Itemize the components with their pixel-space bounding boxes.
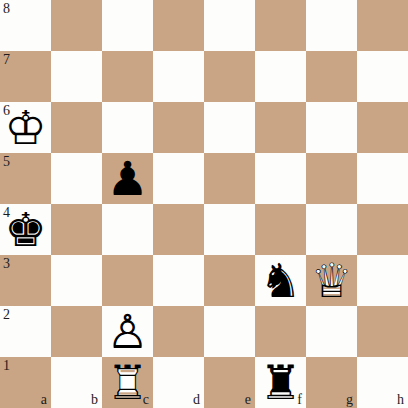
- square-f7[interactable]: [255, 51, 306, 102]
- white-king-icon: ♔: [0, 102, 51, 153]
- piece-black-knight[interactable]: ♞: [255, 255, 306, 306]
- square-d6[interactable]: [153, 102, 204, 153]
- square-h8[interactable]: [357, 0, 408, 51]
- square-e2[interactable]: [204, 306, 255, 357]
- square-e4[interactable]: [204, 204, 255, 255]
- rank-label-7: 7: [3, 53, 10, 67]
- piece-white-king[interactable]: ♚♔: [0, 102, 51, 153]
- square-f2[interactable]: [255, 306, 306, 357]
- black-knight-icon: ♞: [255, 255, 306, 306]
- square-h1[interactable]: h: [357, 357, 408, 408]
- file-label-a: a: [41, 393, 47, 407]
- white-rook-icon: ♖: [102, 357, 153, 408]
- square-f4[interactable]: [255, 204, 306, 255]
- square-d2[interactable]: [153, 306, 204, 357]
- square-a2[interactable]: 2: [0, 306, 51, 357]
- square-g2[interactable]: [306, 306, 357, 357]
- square-g7[interactable]: [306, 51, 357, 102]
- square-g4[interactable]: [306, 204, 357, 255]
- square-c6[interactable]: [102, 102, 153, 153]
- square-f1[interactable]: f♜: [255, 357, 306, 408]
- square-f5[interactable]: [255, 153, 306, 204]
- chess-board: 876♚♔5♟4♚3♞♛♕2♟♙1abc♜♖def♜gh: [0, 0, 408, 408]
- square-h5[interactable]: [357, 153, 408, 204]
- piece-white-pawn[interactable]: ♟♙: [102, 306, 153, 357]
- square-h4[interactable]: [357, 204, 408, 255]
- square-c2[interactable]: ♟♙: [102, 306, 153, 357]
- black-rook-icon: ♜: [255, 357, 306, 408]
- square-e3[interactable]: [204, 255, 255, 306]
- square-a6[interactable]: 6♚♔: [0, 102, 51, 153]
- square-e8[interactable]: [204, 0, 255, 51]
- square-d7[interactable]: [153, 51, 204, 102]
- square-a5[interactable]: 5: [0, 153, 51, 204]
- square-a8[interactable]: 8: [0, 0, 51, 51]
- rank-label-5: 5: [3, 155, 10, 169]
- square-h7[interactable]: [357, 51, 408, 102]
- square-d3[interactable]: [153, 255, 204, 306]
- square-f6[interactable]: [255, 102, 306, 153]
- white-pawn-icon: ♙: [102, 306, 153, 357]
- square-b4[interactable]: [51, 204, 102, 255]
- file-label-d: d: [193, 393, 200, 407]
- square-b6[interactable]: [51, 102, 102, 153]
- file-label-g: g: [346, 393, 353, 407]
- square-f3[interactable]: ♞: [255, 255, 306, 306]
- square-g3[interactable]: ♛♕: [306, 255, 357, 306]
- square-a4[interactable]: 4♚: [0, 204, 51, 255]
- square-c3[interactable]: [102, 255, 153, 306]
- rank-label-2: 2: [3, 308, 10, 322]
- file-label-e: e: [245, 393, 251, 407]
- square-g8[interactable]: [306, 0, 357, 51]
- square-b3[interactable]: [51, 255, 102, 306]
- square-g1[interactable]: g: [306, 357, 357, 408]
- file-label-b: b: [91, 393, 98, 407]
- square-h3[interactable]: [357, 255, 408, 306]
- square-a7[interactable]: 7: [0, 51, 51, 102]
- file-label-h: h: [397, 393, 404, 407]
- piece-black-pawn[interactable]: ♟: [102, 153, 153, 204]
- piece-white-rook[interactable]: ♜♖: [102, 357, 153, 408]
- rank-label-1: 1: [3, 359, 10, 373]
- square-e5[interactable]: [204, 153, 255, 204]
- square-h6[interactable]: [357, 102, 408, 153]
- square-d5[interactable]: [153, 153, 204, 204]
- square-e6[interactable]: [204, 102, 255, 153]
- black-pawn-icon: ♟: [102, 153, 153, 204]
- square-b8[interactable]: [51, 0, 102, 51]
- rank-label-8: 8: [3, 2, 10, 16]
- square-b1[interactable]: b: [51, 357, 102, 408]
- square-c1[interactable]: c♜♖: [102, 357, 153, 408]
- square-b7[interactable]: [51, 51, 102, 102]
- square-d8[interactable]: [153, 0, 204, 51]
- white-queen-icon: ♕: [306, 255, 357, 306]
- square-c4[interactable]: [102, 204, 153, 255]
- piece-black-rook[interactable]: ♜: [255, 357, 306, 408]
- square-e7[interactable]: [204, 51, 255, 102]
- square-f8[interactable]: [255, 0, 306, 51]
- square-g6[interactable]: [306, 102, 357, 153]
- piece-black-king[interactable]: ♚: [0, 204, 51, 255]
- square-d1[interactable]: d: [153, 357, 204, 408]
- chess-board-diagram: 876♚♔5♟4♚3♞♛♕2♟♙1abc♜♖def♜gh: [0, 0, 408, 408]
- piece-white-queen[interactable]: ♛♕: [306, 255, 357, 306]
- square-g5[interactable]: [306, 153, 357, 204]
- square-c8[interactable]: [102, 0, 153, 51]
- square-a3[interactable]: 3: [0, 255, 51, 306]
- square-c7[interactable]: [102, 51, 153, 102]
- square-e1[interactable]: e: [204, 357, 255, 408]
- rank-label-3: 3: [3, 257, 10, 271]
- black-king-icon: ♚: [0, 204, 51, 255]
- square-h2[interactable]: [357, 306, 408, 357]
- square-b2[interactable]: [51, 306, 102, 357]
- square-b5[interactable]: [51, 153, 102, 204]
- square-c5[interactable]: ♟: [102, 153, 153, 204]
- square-d4[interactable]: [153, 204, 204, 255]
- square-a1[interactable]: 1a: [0, 357, 51, 408]
